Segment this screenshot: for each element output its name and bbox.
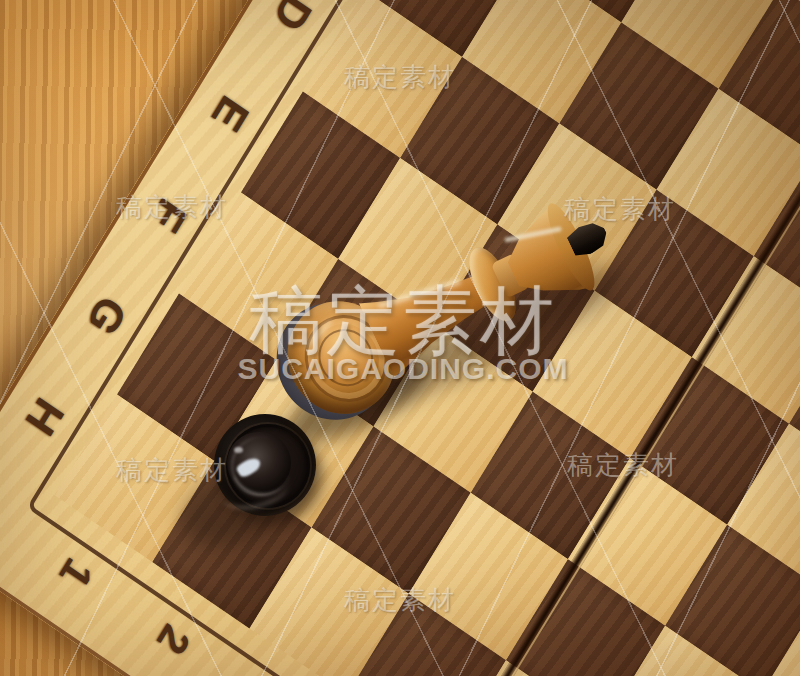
watermark-tile: 稿定素材 [564,192,676,227]
pawn-specular-dot [234,447,243,453]
watermark-tile: 稿定素材 [567,448,679,483]
watermark-tile: 稿定素材 [344,60,456,95]
watermark-tile: 稿定素材 [116,190,228,225]
watermark-tile: 稿定素材 [116,453,228,488]
watermark-tile: 稿定素材 [344,583,456,618]
chessboard-photo: DEFGH 12 稿定素材稿定素材稿定素材稿定素材稿定素材稿定素材 稿定素材 S… [0,0,800,676]
watermark-url-text: SUCAIGAODING.COM [238,352,569,386]
